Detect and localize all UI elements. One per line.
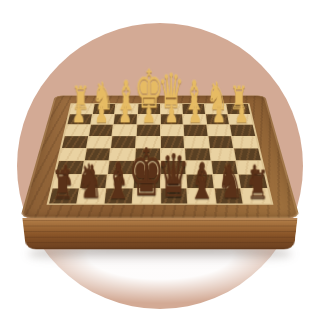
white-pawn[interactable]: ♟ [206, 102, 276, 125]
square-h4[interactable] [62, 136, 88, 147]
square-a2[interactable]: ♟ [228, 114, 252, 124]
square-d8[interactable]: ♛ [161, 189, 188, 204]
square-h8[interactable]: ♜ [49, 189, 78, 204]
chess-board-grid: ♜♞♝♚♛♝♞♜♟♟♟♟♟♟♟♟♟♟♟♟♟♟♟♟♜♞♝♚♛♝♞♜ [47, 103, 274, 204]
square-c3[interactable] [184, 125, 208, 136]
square-b3[interactable] [207, 125, 231, 136]
chess-board-3d-box: ♜♞♝♚♛♝♞♜♟♟♟♟♟♟♟♟♟♟♟♟♟♟♟♟♜♞♝♚♛♝♞♜ [20, 95, 300, 217]
square-a4[interactable] [232, 136, 258, 147]
board-wooden-frame: ♜♞♝♚♛♝♞♜♟♟♟♟♟♟♟♟♟♟♟♟♟♟♟♟♜♞♝♚♛♝♞♜ [20, 95, 300, 217]
square-a3[interactable] [230, 125, 255, 136]
square-b4[interactable] [208, 136, 233, 147]
black-queen[interactable]: ♛ [132, 149, 216, 205]
chess-set-product-photo: ♜♞♝♚♛♝♞♜♟♟♟♟♟♟♟♟♟♟♟♟♟♟♟♟♜♞♝♚♛♝♞♜ [0, 0, 320, 320]
square-a8[interactable]: ♜ [242, 189, 271, 204]
board-box-front-face [22, 218, 297, 250]
black-rook[interactable]: ♜ [216, 167, 300, 205]
black-rook[interactable]: ♜ [20, 167, 104, 205]
square-g3[interactable] [89, 125, 113, 136]
square-h3[interactable] [65, 125, 90, 136]
